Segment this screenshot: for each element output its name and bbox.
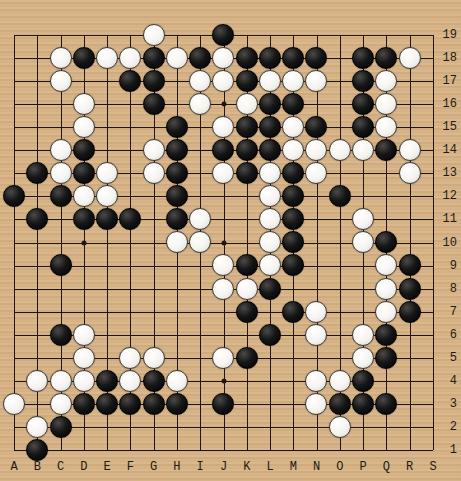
intersection-M3[interactable] xyxy=(282,392,305,415)
intersection-L18[interactable] xyxy=(258,47,281,70)
intersection-D12[interactable] xyxy=(72,185,95,208)
intersection-A4[interactable] xyxy=(2,369,25,392)
intersection-R17[interactable] xyxy=(398,70,421,93)
intersection-C5[interactable] xyxy=(49,346,72,369)
intersection-G7[interactable] xyxy=(142,300,165,323)
intersection-D5[interactable] xyxy=(72,346,95,369)
intersection-I14[interactable] xyxy=(188,139,211,162)
intersection-O8[interactable] xyxy=(328,277,351,300)
intersection-C2[interactable] xyxy=(49,415,72,438)
intersection-Q16[interactable] xyxy=(375,93,398,116)
intersection-R19[interactable] xyxy=(398,23,421,46)
intersection-L9[interactable] xyxy=(258,254,281,277)
intersection-G18[interactable] xyxy=(142,47,165,70)
intersection-J13[interactable] xyxy=(212,162,235,185)
intersection-C11[interactable] xyxy=(49,208,72,231)
intersection-O10[interactable] xyxy=(328,231,351,254)
intersection-Q11[interactable] xyxy=(375,208,398,231)
intersection-R13[interactable] xyxy=(398,162,421,185)
intersection-H9[interactable] xyxy=(165,254,188,277)
intersection-R15[interactable] xyxy=(398,116,421,139)
intersection-M6[interactable] xyxy=(282,323,305,346)
intersection-P5[interactable] xyxy=(351,346,374,369)
intersection-E19[interactable] xyxy=(95,23,118,46)
intersection-P16[interactable] xyxy=(351,93,374,116)
intersection-B18[interactable] xyxy=(26,47,49,70)
intersection-P17[interactable] xyxy=(351,70,374,93)
intersection-G4[interactable] xyxy=(142,369,165,392)
intersection-F16[interactable] xyxy=(119,93,142,116)
intersection-K12[interactable] xyxy=(235,185,258,208)
intersection-E9[interactable] xyxy=(95,254,118,277)
intersection-E14[interactable] xyxy=(95,139,118,162)
intersection-F10[interactable] xyxy=(119,231,142,254)
intersection-Q5[interactable] xyxy=(375,346,398,369)
intersection-D7[interactable] xyxy=(72,300,95,323)
intersection-I11[interactable] xyxy=(188,208,211,231)
intersection-K3[interactable] xyxy=(235,392,258,415)
intersection-M10[interactable] xyxy=(282,231,305,254)
intersection-H13[interactable] xyxy=(165,162,188,185)
intersection-B2[interactable] xyxy=(26,415,49,438)
intersection-G8[interactable] xyxy=(142,277,165,300)
intersection-R3[interactable] xyxy=(398,392,421,415)
intersection-D4[interactable] xyxy=(72,369,95,392)
intersection-E18[interactable] xyxy=(95,47,118,70)
intersection-N6[interactable] xyxy=(305,323,328,346)
intersection-M4[interactable] xyxy=(282,369,305,392)
intersection-Q18[interactable] xyxy=(375,47,398,70)
intersection-K16[interactable] xyxy=(235,93,258,116)
intersection-E15[interactable] xyxy=(95,116,118,139)
intersection-N13[interactable] xyxy=(305,162,328,185)
intersection-N1[interactable] xyxy=(305,438,328,461)
intersection-H1[interactable] xyxy=(165,438,188,461)
intersection-I19[interactable] xyxy=(188,23,211,46)
intersection-Q9[interactable] xyxy=(375,254,398,277)
intersection-G11[interactable] xyxy=(142,208,165,231)
intersection-A8[interactable] xyxy=(2,277,25,300)
intersection-B16[interactable] xyxy=(26,93,49,116)
intersection-O5[interactable] xyxy=(328,346,351,369)
intersection-O16[interactable] xyxy=(328,93,351,116)
intersection-A12[interactable] xyxy=(2,185,25,208)
intersection-N17[interactable] xyxy=(305,70,328,93)
intersection-J14[interactable] xyxy=(212,139,235,162)
intersection-H4[interactable] xyxy=(165,369,188,392)
intersection-E12[interactable] xyxy=(95,185,118,208)
intersection-L10[interactable] xyxy=(258,231,281,254)
intersection-I17[interactable] xyxy=(188,70,211,93)
intersection-K1[interactable] xyxy=(235,438,258,461)
intersection-A9[interactable] xyxy=(2,254,25,277)
intersection-P7[interactable] xyxy=(351,300,374,323)
intersection-M9[interactable] xyxy=(282,254,305,277)
intersection-D6[interactable] xyxy=(72,323,95,346)
intersection-Q13[interactable] xyxy=(375,162,398,185)
intersection-A2[interactable] xyxy=(2,415,25,438)
intersection-M15[interactable] xyxy=(282,116,305,139)
intersection-E16[interactable] xyxy=(95,93,118,116)
intersection-O1[interactable] xyxy=(328,438,351,461)
intersection-A17[interactable] xyxy=(2,70,25,93)
intersection-I9[interactable] xyxy=(188,254,211,277)
intersection-O15[interactable] xyxy=(328,116,351,139)
intersection-F18[interactable] xyxy=(119,47,142,70)
intersection-R5[interactable] xyxy=(398,346,421,369)
intersection-A5[interactable] xyxy=(2,346,25,369)
intersection-A3[interactable] xyxy=(2,392,25,415)
intersection-K5[interactable] xyxy=(235,346,258,369)
intersection-P14[interactable] xyxy=(351,139,374,162)
intersection-L6[interactable] xyxy=(258,323,281,346)
intersection-C18[interactable] xyxy=(49,47,72,70)
intersection-K17[interactable] xyxy=(235,70,258,93)
intersection-O13[interactable] xyxy=(328,162,351,185)
intersection-D19[interactable] xyxy=(72,23,95,46)
intersection-A13[interactable] xyxy=(2,162,25,185)
intersection-J1[interactable] xyxy=(212,438,235,461)
intersection-C4[interactable] xyxy=(49,369,72,392)
intersection-B15[interactable] xyxy=(26,116,49,139)
intersection-O12[interactable] xyxy=(328,185,351,208)
intersection-J18[interactable] xyxy=(212,47,235,70)
intersection-J19[interactable] xyxy=(212,23,235,46)
intersection-H15[interactable] xyxy=(165,116,188,139)
intersection-I2[interactable] xyxy=(188,415,211,438)
intersection-O4[interactable] xyxy=(328,369,351,392)
intersection-I15[interactable] xyxy=(188,116,211,139)
intersection-R10[interactable] xyxy=(398,231,421,254)
intersection-B10[interactable] xyxy=(26,231,49,254)
intersection-B13[interactable] xyxy=(26,162,49,185)
intersection-K18[interactable] xyxy=(235,47,258,70)
intersection-O7[interactable] xyxy=(328,300,351,323)
intersection-P19[interactable] xyxy=(351,23,374,46)
intersection-B9[interactable] xyxy=(26,254,49,277)
intersection-F6[interactable] xyxy=(119,323,142,346)
intersection-E13[interactable] xyxy=(95,162,118,185)
intersection-Q12[interactable] xyxy=(375,185,398,208)
intersection-M14[interactable] xyxy=(282,139,305,162)
intersection-F5[interactable] xyxy=(119,346,142,369)
intersection-Q7[interactable] xyxy=(375,300,398,323)
intersection-Q3[interactable] xyxy=(375,392,398,415)
intersection-P3[interactable] xyxy=(351,392,374,415)
intersection-M1[interactable] xyxy=(282,438,305,461)
intersection-F7[interactable] xyxy=(119,300,142,323)
intersection-L14[interactable] xyxy=(258,139,281,162)
intersection-B7[interactable] xyxy=(26,300,49,323)
intersection-M11[interactable] xyxy=(282,208,305,231)
intersection-O3[interactable] xyxy=(328,392,351,415)
intersection-M17[interactable] xyxy=(282,70,305,93)
intersection-H14[interactable] xyxy=(165,139,188,162)
intersection-L1[interactable] xyxy=(258,438,281,461)
intersection-H10[interactable] xyxy=(165,231,188,254)
intersection-Q8[interactable] xyxy=(375,277,398,300)
intersection-C19[interactable] xyxy=(49,23,72,46)
intersection-P12[interactable] xyxy=(351,185,374,208)
intersection-K15[interactable] xyxy=(235,116,258,139)
intersection-D3[interactable] xyxy=(72,392,95,415)
intersection-P11[interactable] xyxy=(351,208,374,231)
intersection-A15[interactable] xyxy=(2,116,25,139)
intersection-M5[interactable] xyxy=(282,346,305,369)
intersection-D14[interactable] xyxy=(72,139,95,162)
intersection-G9[interactable] xyxy=(142,254,165,277)
intersection-I4[interactable] xyxy=(188,369,211,392)
intersection-P10[interactable] xyxy=(351,231,374,254)
intersection-J15[interactable] xyxy=(212,116,235,139)
intersection-N14[interactable] xyxy=(305,139,328,162)
intersection-J3[interactable] xyxy=(212,392,235,415)
intersection-E11[interactable] xyxy=(95,208,118,231)
intersection-I10[interactable] xyxy=(188,231,211,254)
intersection-B11[interactable] xyxy=(26,208,49,231)
intersection-B3[interactable] xyxy=(26,392,49,415)
intersection-B14[interactable] xyxy=(26,139,49,162)
intersection-L13[interactable] xyxy=(258,162,281,185)
intersection-Q10[interactable] xyxy=(375,231,398,254)
intersection-I12[interactable] xyxy=(188,185,211,208)
intersection-P1[interactable] xyxy=(351,438,374,461)
intersection-R4[interactable] xyxy=(398,369,421,392)
intersection-B6[interactable] xyxy=(26,323,49,346)
intersection-G12[interactable] xyxy=(142,185,165,208)
intersection-I6[interactable] xyxy=(188,323,211,346)
intersection-B8[interactable] xyxy=(26,277,49,300)
intersection-N4[interactable] xyxy=(305,369,328,392)
intersection-G6[interactable] xyxy=(142,323,165,346)
intersection-M12[interactable] xyxy=(282,185,305,208)
intersection-H5[interactable] xyxy=(165,346,188,369)
intersection-E4[interactable] xyxy=(95,369,118,392)
intersection-G15[interactable] xyxy=(142,116,165,139)
intersection-O11[interactable] xyxy=(328,208,351,231)
intersection-M19[interactable] xyxy=(282,23,305,46)
intersection-N9[interactable] xyxy=(305,254,328,277)
intersection-I7[interactable] xyxy=(188,300,211,323)
intersection-G14[interactable] xyxy=(142,139,165,162)
intersection-D11[interactable] xyxy=(72,208,95,231)
intersection-N18[interactable] xyxy=(305,47,328,70)
intersection-L19[interactable] xyxy=(258,23,281,46)
intersection-H16[interactable] xyxy=(165,93,188,116)
intersection-H12[interactable] xyxy=(165,185,188,208)
intersection-F8[interactable] xyxy=(119,277,142,300)
intersection-D13[interactable] xyxy=(72,162,95,185)
intersection-G10[interactable] xyxy=(142,231,165,254)
intersection-J6[interactable] xyxy=(212,323,235,346)
intersection-C3[interactable] xyxy=(49,392,72,415)
intersection-N10[interactable] xyxy=(305,231,328,254)
intersection-K8[interactable] xyxy=(235,277,258,300)
intersection-M16[interactable] xyxy=(282,93,305,116)
intersection-L15[interactable] xyxy=(258,116,281,139)
intersection-A18[interactable] xyxy=(2,47,25,70)
intersection-O17[interactable] xyxy=(328,70,351,93)
intersection-Q6[interactable] xyxy=(375,323,398,346)
intersection-L2[interactable] xyxy=(258,415,281,438)
intersection-C16[interactable] xyxy=(49,93,72,116)
intersection-P8[interactable] xyxy=(351,277,374,300)
intersection-N19[interactable] xyxy=(305,23,328,46)
intersection-L3[interactable] xyxy=(258,392,281,415)
intersection-R14[interactable] xyxy=(398,139,421,162)
intersection-I13[interactable] xyxy=(188,162,211,185)
intersection-R1[interactable] xyxy=(398,438,421,461)
intersection-N16[interactable] xyxy=(305,93,328,116)
intersection-O6[interactable] xyxy=(328,323,351,346)
intersection-C13[interactable] xyxy=(49,162,72,185)
intersection-C12[interactable] xyxy=(49,185,72,208)
intersection-P2[interactable] xyxy=(351,415,374,438)
intersection-B1[interactable] xyxy=(26,438,49,461)
intersection-Q17[interactable] xyxy=(375,70,398,93)
intersection-L8[interactable] xyxy=(258,277,281,300)
intersection-B12[interactable] xyxy=(26,185,49,208)
intersection-K10[interactable] xyxy=(235,231,258,254)
intersection-N5[interactable] xyxy=(305,346,328,369)
intersection-I18[interactable] xyxy=(188,47,211,70)
intersection-F15[interactable] xyxy=(119,116,142,139)
intersection-O2[interactable] xyxy=(328,415,351,438)
intersection-J12[interactable] xyxy=(212,185,235,208)
intersection-H2[interactable] xyxy=(165,415,188,438)
intersection-I1[interactable] xyxy=(188,438,211,461)
intersection-C9[interactable] xyxy=(49,254,72,277)
intersection-N7[interactable] xyxy=(305,300,328,323)
intersection-E1[interactable] xyxy=(95,438,118,461)
intersection-K14[interactable] xyxy=(235,139,258,162)
intersection-L12[interactable] xyxy=(258,185,281,208)
intersection-N8[interactable] xyxy=(305,277,328,300)
intersection-F13[interactable] xyxy=(119,162,142,185)
intersection-I16[interactable] xyxy=(188,93,211,116)
intersection-E7[interactable] xyxy=(95,300,118,323)
intersection-G3[interactable] xyxy=(142,392,165,415)
intersection-J7[interactable] xyxy=(212,300,235,323)
intersection-F17[interactable] xyxy=(119,70,142,93)
intersection-L4[interactable] xyxy=(258,369,281,392)
intersection-M8[interactable] xyxy=(282,277,305,300)
intersection-B19[interactable] xyxy=(26,23,49,46)
intersection-H6[interactable] xyxy=(165,323,188,346)
intersection-Q19[interactable] xyxy=(375,23,398,46)
intersection-E17[interactable] xyxy=(95,70,118,93)
intersection-E2[interactable] xyxy=(95,415,118,438)
intersection-H18[interactable] xyxy=(165,47,188,70)
intersection-M18[interactable] xyxy=(282,47,305,70)
intersection-Q14[interactable] xyxy=(375,139,398,162)
intersection-M7[interactable] xyxy=(282,300,305,323)
intersection-H11[interactable] xyxy=(165,208,188,231)
intersection-O18[interactable] xyxy=(328,47,351,70)
intersection-D15[interactable] xyxy=(72,116,95,139)
intersection-L5[interactable] xyxy=(258,346,281,369)
intersection-D2[interactable] xyxy=(72,415,95,438)
intersection-I3[interactable] xyxy=(188,392,211,415)
intersection-K7[interactable] xyxy=(235,300,258,323)
intersection-R6[interactable] xyxy=(398,323,421,346)
intersection-H7[interactable] xyxy=(165,300,188,323)
intersection-K19[interactable] xyxy=(235,23,258,46)
intersection-F19[interactable] xyxy=(119,23,142,46)
intersection-R18[interactable] xyxy=(398,47,421,70)
intersection-N12[interactable] xyxy=(305,185,328,208)
intersection-Q1[interactable] xyxy=(375,438,398,461)
intersection-C17[interactable] xyxy=(49,70,72,93)
intersection-F1[interactable] xyxy=(119,438,142,461)
intersection-K2[interactable] xyxy=(235,415,258,438)
intersection-F3[interactable] xyxy=(119,392,142,415)
intersection-B5[interactable] xyxy=(26,346,49,369)
intersection-K4[interactable] xyxy=(235,369,258,392)
intersection-H17[interactable] xyxy=(165,70,188,93)
intersection-C15[interactable] xyxy=(49,116,72,139)
intersection-H8[interactable] xyxy=(165,277,188,300)
intersection-D17[interactable] xyxy=(72,70,95,93)
intersection-P6[interactable] xyxy=(351,323,374,346)
intersection-G2[interactable] xyxy=(142,415,165,438)
intersection-D16[interactable] xyxy=(72,93,95,116)
intersection-Q4[interactable] xyxy=(375,369,398,392)
intersection-E8[interactable] xyxy=(95,277,118,300)
intersection-L11[interactable] xyxy=(258,208,281,231)
intersection-J17[interactable] xyxy=(212,70,235,93)
intersection-A16[interactable] xyxy=(2,93,25,116)
intersection-E6[interactable] xyxy=(95,323,118,346)
intersection-J11[interactable] xyxy=(212,208,235,231)
intersection-J4[interactable] xyxy=(212,369,235,392)
intersection-A19[interactable] xyxy=(2,23,25,46)
intersection-D1[interactable] xyxy=(72,438,95,461)
intersection-B17[interactable] xyxy=(26,70,49,93)
intersection-J5[interactable] xyxy=(212,346,235,369)
intersection-J9[interactable] xyxy=(212,254,235,277)
intersection-A11[interactable] xyxy=(2,208,25,231)
intersection-R7[interactable] xyxy=(398,300,421,323)
intersection-M2[interactable] xyxy=(282,415,305,438)
intersection-C1[interactable] xyxy=(49,438,72,461)
intersection-D10[interactable] xyxy=(72,231,95,254)
intersection-Q15[interactable] xyxy=(375,116,398,139)
intersection-O14[interactable] xyxy=(328,139,351,162)
intersection-C6[interactable] xyxy=(49,323,72,346)
intersection-C7[interactable] xyxy=(49,300,72,323)
intersection-J10[interactable] xyxy=(212,231,235,254)
intersection-G13[interactable] xyxy=(142,162,165,185)
intersection-N11[interactable] xyxy=(305,208,328,231)
intersection-D8[interactable] xyxy=(72,277,95,300)
intersection-F14[interactable] xyxy=(119,139,142,162)
intersection-G16[interactable] xyxy=(142,93,165,116)
intersection-A14[interactable] xyxy=(2,139,25,162)
intersection-D9[interactable] xyxy=(72,254,95,277)
intersection-R11[interactable] xyxy=(398,208,421,231)
intersection-F9[interactable] xyxy=(119,254,142,277)
intersection-A10[interactable] xyxy=(2,231,25,254)
intersection-N15[interactable] xyxy=(305,116,328,139)
intersection-D18[interactable] xyxy=(72,47,95,70)
intersection-A7[interactable] xyxy=(2,300,25,323)
intersection-E3[interactable] xyxy=(95,392,118,415)
intersection-I5[interactable] xyxy=(188,346,211,369)
intersection-G5[interactable] xyxy=(142,346,165,369)
intersection-K9[interactable] xyxy=(235,254,258,277)
intersection-O9[interactable] xyxy=(328,254,351,277)
